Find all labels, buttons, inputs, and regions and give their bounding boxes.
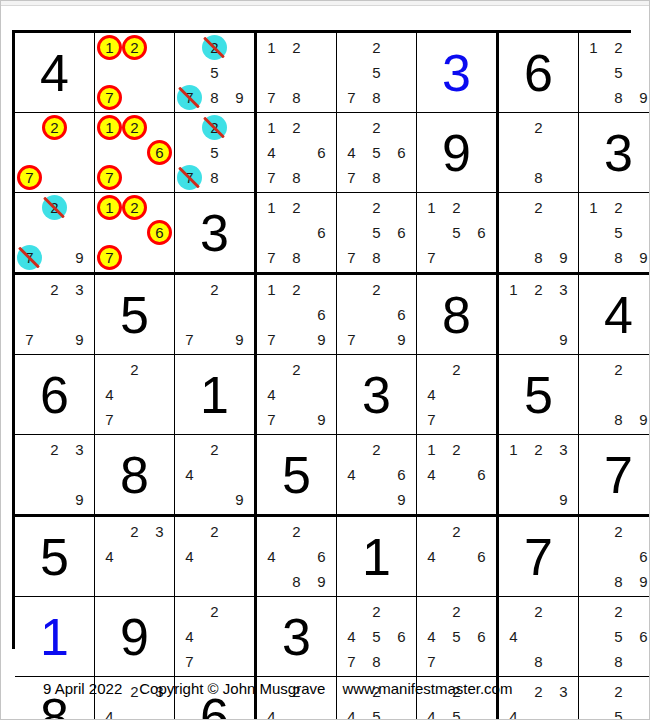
candidate-empty [389,115,414,140]
candidate-empty [581,357,606,382]
candidate-empty [526,302,551,327]
cell-r1c6[interactable]: 3 [417,33,499,113]
candidate-empty [122,140,147,165]
candidate-8: 8 [606,407,631,432]
cell-r7c8[interactable]: 2689 [579,517,650,597]
candidate-9: 9 [227,327,252,352]
candidate-3: 3 [551,679,576,704]
candidate-2: 2 [444,599,469,624]
candidate-4: 4 [419,382,444,407]
candidate-empty [551,140,576,165]
candidate-7: 7 [17,327,42,352]
candidate-2-eliminated: 2 [42,195,67,220]
given-digit: 4 [40,47,69,99]
cell-r3c5[interactable]: 25678 [337,193,417,275]
cell-r5c7[interactable]: 5 [499,355,579,435]
candidate-empty [309,704,334,720]
candidate-8: 8 [606,649,631,674]
candidate-empty [227,437,252,462]
cell-r1c1[interactable]: 4 [15,33,95,113]
candidate-4: 4 [97,544,122,569]
candidate-empty [339,195,364,220]
candidate-empty [122,407,147,432]
candidate-6: 6 [469,462,494,487]
candidate-2: 2 [526,679,551,704]
candidate-6: 6 [309,140,334,165]
candidate-5: 5 [444,220,469,245]
candidate-7-eliminated: 7 [17,245,42,270]
candidate-empty [284,407,309,432]
candidate-9: 9 [389,487,414,512]
candidate-empty [526,704,551,720]
candidate-empty [501,599,526,624]
candidate-8: 8 [606,569,631,594]
cell-r3c6[interactable]: 12567 [417,193,499,275]
given-digit: 9 [120,611,149,663]
candidate-empty [147,115,172,140]
candidate-empty [17,437,42,462]
candidate-4: 4 [501,624,526,649]
candidate-7: 7 [177,327,202,352]
candidate-empty [419,599,444,624]
candidate-5: 5 [202,60,227,85]
cell-r4c6[interactable]: 8 [417,275,499,355]
cell-r4c4[interactable]: 12679 [257,275,337,355]
candidate-empty [42,140,67,165]
candidate-2: 2 [444,519,469,544]
candidate-2: 2 [364,277,389,302]
candidate-9: 9 [309,407,334,432]
cell-r2c3[interactable]: 2578 [175,113,257,193]
candidate-empty [581,599,606,624]
candidate-5: 5 [606,704,631,720]
given-digit: 8 [442,289,471,341]
candidate-9: 9 [551,327,576,352]
candidate-1-highlighted: 1 [97,35,122,60]
sudoku-page: 4127257891278257836125892578927126725781… [0,0,650,720]
candidate-2: 2 [284,195,309,220]
candidate-4: 4 [339,624,364,649]
candidate-empty [581,624,606,649]
candidate-empty [339,60,364,85]
candidate-5: 5 [364,60,389,85]
candidate-7: 7 [339,165,364,190]
candidate-empty [259,220,284,245]
candidate-empty [469,519,494,544]
candidate-3: 3 [67,277,92,302]
candidate-empty [444,544,469,569]
candidate-empty [389,599,414,624]
candidate-9: 9 [631,407,650,432]
candidate-empty [17,487,42,512]
candidate-empty [581,245,606,270]
candidate-2-highlighted: 2 [122,195,147,220]
candidate-1: 1 [581,35,606,60]
cell-r6c2[interactable]: 8 [95,435,175,517]
candidate-empty [339,487,364,512]
candidate-7-highlighted: 7 [97,165,122,190]
candidate-empty [259,357,284,382]
candidate-7: 7 [339,327,364,352]
candidate-empty [259,569,284,594]
cell-r3c3[interactable]: 3 [175,193,257,275]
candidate-4: 4 [339,140,364,165]
candidate-9: 9 [227,487,252,512]
given-digit: 3 [604,127,633,179]
cell-r8c6[interactable]: 24567 [417,597,499,677]
candidate-empty [309,245,334,270]
candidate-2: 2 [444,195,469,220]
candidate-empty [444,487,469,512]
candidate-1: 1 [259,35,284,60]
candidate-8: 8 [526,165,551,190]
candidate-empty [309,195,334,220]
candidate-empty [147,165,172,190]
cell-r6c3[interactable]: 249 [175,435,257,517]
candidate-8: 8 [606,245,631,270]
candidate-2: 2 [444,437,469,462]
candidate-2: 2 [284,115,309,140]
cell-r5c2[interactable]: 247 [95,355,175,435]
candidate-6-highlighted: 6 [147,220,172,245]
candidate-empty [469,649,494,674]
given-digit: 5 [40,531,69,583]
candidate-2: 2 [202,519,227,544]
candidate-4: 4 [97,704,122,720]
candidate-2: 2 [284,357,309,382]
candidate-8: 8 [364,85,389,110]
cell-r1c4[interactable]: 1278 [257,33,337,113]
candidate-2: 2 [606,599,631,624]
candidate-empty [631,60,650,85]
candidate-empty [227,519,252,544]
candidate-empty [284,704,309,720]
candidate-7: 7 [419,245,444,270]
candidate-empty [389,277,414,302]
candidate-empty [501,487,526,512]
candidate-2: 2 [42,277,67,302]
candidate-empty [581,704,606,720]
candidate-empty [227,115,252,140]
candidate-empty [551,115,576,140]
candidate-empty [309,35,334,60]
cell-r2c8[interactable]: 3 [579,113,650,193]
candidate-empty [501,649,526,674]
candidate-4: 4 [259,704,284,720]
candidate-empty [389,704,414,720]
cell-r7c3[interactable]: 24 [175,517,257,597]
candidate-empty [606,382,631,407]
candidate-2: 2 [364,437,389,462]
candidate-empty [339,302,364,327]
candidate-5: 5 [606,624,631,649]
candidate-2: 2 [606,679,631,704]
candidate-empty [501,462,526,487]
cell-r9c8[interactable]: 259 [579,677,650,720]
candidate-empty [581,649,606,674]
candidate-7-eliminated: 7 [177,85,202,110]
candidate-empty [631,357,650,382]
candidate-2: 2 [606,357,631,382]
candidate-6-highlighted: 6 [147,140,172,165]
cell-r8c8[interactable]: 2568 [579,597,650,677]
candidate-empty [501,327,526,352]
candidate-5: 5 [444,624,469,649]
candidate-empty [97,357,122,382]
cell-r3c2[interactable]: 1267 [95,193,175,275]
candidate-5: 5 [606,60,631,85]
cell-r1c5[interactable]: 2578 [337,33,417,113]
cell-r5c4[interactable]: 2479 [257,355,337,435]
cell-r2c2[interactable]: 1267 [95,113,175,193]
candidate-empty [419,519,444,544]
candidate-empty [147,569,172,594]
given-digit: 3 [282,611,311,663]
candidate-2: 2 [526,437,551,462]
candidate-empty [364,487,389,512]
cell-r7c4[interactable]: 24689 [257,517,337,597]
candidate-8: 8 [284,165,309,190]
candidate-empty [177,569,202,594]
cell-r2c4[interactable]: 124678 [257,113,337,193]
cell-r4c7[interactable]: 1239 [499,275,579,355]
cell-r4c3[interactable]: 279 [175,275,257,355]
candidate-empty [551,165,576,190]
cell-r2c5[interactable]: 245678 [337,113,417,193]
candidate-empty [227,60,252,85]
candidate-empty [284,60,309,85]
candidate-empty [389,437,414,462]
candidate-empty [227,462,252,487]
candidate-empty [67,140,92,165]
candidate-empty [309,277,334,302]
candidate-empty [631,599,650,624]
candidate-empty [419,220,444,245]
candidate-4: 4 [259,382,284,407]
cell-r6c6[interactable]: 1246 [417,435,499,517]
candidate-2: 2 [122,519,147,544]
candidate-2: 2 [526,277,551,302]
candidate-empty [389,85,414,110]
cell-r4c2[interactable]: 5 [95,275,175,355]
candidate-6: 6 [631,544,650,569]
cell-r4c5[interactable]: 2679 [337,275,417,355]
candidate-7-eliminated: 7 [177,165,202,190]
candidate-empty [526,220,551,245]
cell-r7c1[interactable]: 5 [15,517,95,597]
cell-r8c5[interactable]: 245678 [337,597,417,677]
candidate-8: 8 [364,165,389,190]
candidate-2: 2 [202,599,227,624]
cell-r3c1[interactable]: 279 [15,193,95,275]
cell-r7c5[interactable]: 1 [337,517,417,597]
candidate-empty [97,569,122,594]
candidate-empty [42,302,67,327]
candidate-empty [501,195,526,220]
candidate-empty [444,462,469,487]
cell-r5c5[interactable]: 3 [337,355,417,435]
cell-r2c1[interactable]: 27 [15,113,95,193]
cell-r8c7[interactable]: 248 [499,597,579,677]
candidate-2: 2 [364,35,389,60]
candidate-empty [122,704,147,720]
candidate-2: 2 [526,195,551,220]
candidate-empty [501,302,526,327]
candidate-empty [469,437,494,462]
cell-r2c6[interactable]: 9 [417,113,499,193]
candidate-1: 1 [501,437,526,462]
cell-r7c2[interactable]: 234 [95,517,175,597]
candidate-7: 7 [339,85,364,110]
candidate-2: 2 [526,599,551,624]
cell-r8c4[interactable]: 3 [257,597,337,677]
candidate-empty [469,357,494,382]
candidate-empty [227,165,252,190]
candidate-9: 9 [67,327,92,352]
candidate-2-highlighted: 2 [122,35,147,60]
candidate-empty [259,60,284,85]
cell-r8c2[interactable]: 9 [95,597,175,677]
candidate-5: 5 [364,704,389,720]
candidate-9: 9 [551,487,576,512]
cell-r8c1[interactable]: 1 [15,597,95,677]
candidate-1: 1 [419,437,444,462]
candidate-empty [177,277,202,302]
cell-r7c7[interactable]: 7 [499,517,579,597]
cell-r6c4[interactable]: 5 [257,435,337,517]
candidate-empty [147,85,172,110]
window-edge-strip [1,1,649,6]
candidate-empty [581,569,606,594]
cell-r5c1[interactable]: 6 [15,355,95,435]
candidate-7-highlighted: 7 [97,245,122,270]
candidate-2: 2 [284,35,309,60]
given-digit: 1 [362,531,391,583]
candidate-empty [227,277,252,302]
cell-r5c3[interactable]: 1 [175,355,257,435]
candidate-empty [17,220,42,245]
footer-copyright: Copyright © John Musgrave [139,680,325,697]
candidate-8: 8 [364,649,389,674]
candidate-empty [147,704,172,720]
given-digit: 6 [524,47,553,99]
cell-r3c4[interactable]: 12678 [257,193,337,275]
candidate-2-highlighted: 2 [42,115,67,140]
candidate-empty [202,487,227,512]
cell-r3c8[interactable]: 12589 [579,193,650,275]
given-digit: 1 [200,369,229,421]
candidate-empty [469,704,494,720]
cell-r1c3[interactable]: 25789 [175,33,257,113]
candidate-empty [469,245,494,270]
cell-r5c6[interactable]: 247 [417,355,499,435]
given-digit: 5 [282,449,311,501]
candidate-empty [284,220,309,245]
candidate-empty [364,462,389,487]
candidate-1: 1 [501,277,526,302]
candidate-empty [581,407,606,432]
cell-r6c7[interactable]: 1239 [499,435,579,517]
candidate-8: 8 [606,85,631,110]
given-digit: 3 [200,207,229,259]
candidate-empty [309,165,334,190]
candidate-empty [42,245,67,270]
cell-r7c6[interactable]: 246 [417,517,499,597]
candidate-empty [177,302,202,327]
candidate-empty [339,599,364,624]
candidate-4: 4 [419,462,444,487]
candidate-empty [227,302,252,327]
cell-r1c2[interactable]: 127 [95,33,175,113]
footer-date: 9 April 2022 [43,680,122,697]
candidate-empty [419,357,444,382]
candidate-empty [551,195,576,220]
cell-r5c8[interactable]: 289 [579,355,650,435]
cell-r4c1[interactable]: 2379 [15,275,95,355]
candidate-7: 7 [339,245,364,270]
candidate-empty [631,679,650,704]
candidate-7: 7 [339,649,364,674]
candidate-empty [42,220,67,245]
candidate-9: 9 [551,245,576,270]
candidate-empty [631,35,650,60]
candidate-empty [284,544,309,569]
candidate-empty [631,649,650,674]
candidate-empty [17,462,42,487]
candidate-empty [339,437,364,462]
candidate-empty [122,165,147,190]
candidate-empty [309,519,334,544]
candidate-empty [122,60,147,85]
candidate-empty [551,649,576,674]
cell-r3c7[interactable]: 289 [499,193,579,275]
candidate-empty [501,115,526,140]
candidate-empty [17,195,42,220]
cell-r1c7[interactable]: 6 [499,33,579,113]
candidate-empty [67,220,92,245]
candidate-empty [147,35,172,60]
candidate-2: 2 [606,519,631,544]
candidate-5: 5 [202,140,227,165]
candidate-empty [339,115,364,140]
candidate-empty [501,245,526,270]
candidate-empty [631,704,650,720]
cell-r6c8[interactable]: 7 [579,435,650,517]
entered-digit: 3 [442,47,471,99]
candidate-empty [202,544,227,569]
candidate-9: 9 [67,245,92,270]
candidate-6: 6 [469,220,494,245]
candidate-9: 9 [309,569,334,594]
candidate-6: 6 [389,302,414,327]
cell-r2c7[interactable]: 28 [499,113,579,193]
cell-r6c1[interactable]: 239 [15,435,95,517]
candidate-empty [202,649,227,674]
candidate-6: 6 [389,220,414,245]
candidate-6: 6 [389,462,414,487]
cell-r8c3[interactable]: 247 [175,597,257,677]
cell-r4c8[interactable]: 4 [579,275,650,355]
candidate-8: 8 [202,165,227,190]
candidate-6: 6 [309,220,334,245]
footer: 9 April 2022 Copyright © John Musgrave w… [43,680,512,697]
cell-r1c8[interactable]: 12589 [579,33,650,113]
candidate-9: 9 [227,85,252,110]
candidate-1: 1 [581,195,606,220]
cell-r6c5[interactable]: 2469 [337,435,417,517]
candidate-2: 2 [364,599,389,624]
candidate-empty [122,220,147,245]
